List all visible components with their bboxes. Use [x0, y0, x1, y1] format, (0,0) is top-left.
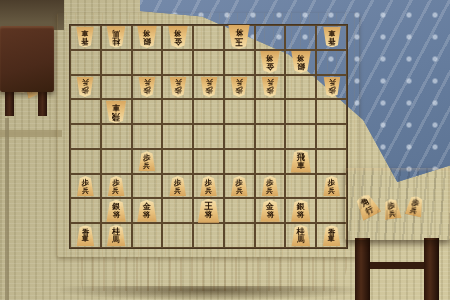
piece-kanji: 兵 — [328, 79, 335, 86]
board-cell[interactable] — [193, 25, 224, 50]
board-cell[interactable] — [285, 124, 316, 149]
board-cell[interactable] — [255, 25, 286, 50]
piece-kanji: 将 — [297, 211, 304, 218]
board-cell[interactable] — [162, 124, 193, 149]
board-cell[interactable] — [255, 149, 286, 174]
piece-kanji: 歩 — [205, 86, 213, 94]
board-cell[interactable] — [70, 50, 101, 75]
board-cell[interactable] — [224, 198, 255, 223]
board-cell[interactable] — [224, 50, 255, 75]
board-cell[interactable] — [193, 50, 224, 75]
piece-kanji: 車 — [112, 104, 120, 112]
piece-kanji: 香 — [82, 37, 90, 45]
board-cell[interactable] — [193, 124, 224, 149]
board-cell[interactable] — [132, 174, 163, 199]
piece-kanji: 歩 — [143, 86, 151, 94]
piece-kanji: 兵 — [143, 162, 150, 169]
board-cell[interactable] — [132, 223, 163, 248]
piece-kanji: 歩 — [266, 86, 274, 94]
komadai-leg — [424, 238, 439, 300]
board-grid: 香車桂馬銀将金将玉将香車金将銀将歩兵歩兵歩兵歩兵歩兵歩兵歩兵飛車歩兵飛車歩兵歩兵… — [69, 24, 348, 249]
piece-kanji: 兵 — [174, 79, 181, 86]
komadai-leg — [38, 90, 47, 116]
board-cell[interactable] — [162, 198, 193, 223]
board-cell[interactable] — [70, 124, 101, 149]
gote-komadai — [0, 26, 54, 92]
board-cell[interactable] — [285, 99, 316, 124]
board-cell[interactable] — [224, 149, 255, 174]
piece-kanji: 兵 — [205, 187, 212, 194]
board-cell[interactable] — [193, 223, 224, 248]
board-cell[interactable] — [132, 124, 163, 149]
board-cell[interactable] — [255, 99, 286, 124]
board-cell[interactable] — [224, 124, 255, 149]
piece-kanji: 車 — [82, 30, 89, 37]
piece-kanji: 兵 — [113, 187, 120, 194]
piece-kanji: 車 — [297, 162, 305, 170]
piece-kanji: 歩 — [328, 86, 336, 94]
piece-kanji: 兵 — [143, 79, 150, 86]
board-cell[interactable] — [316, 124, 347, 149]
piece-kanji: 飛 — [112, 112, 121, 121]
piece-kanji: 兵 — [328, 187, 335, 194]
tatami-edge-vertical — [5, 118, 9, 300]
board-cell[interactable] — [316, 198, 347, 223]
piece-kanji: 車 — [328, 236, 335, 243]
board-cell[interactable] — [316, 149, 347, 174]
board-cell[interactable] — [193, 99, 224, 124]
piece-kanji: 玉 — [235, 38, 244, 47]
board-cell[interactable] — [132, 99, 163, 124]
piece-kanji: 歩 — [174, 86, 182, 94]
piece-kanji: 将 — [266, 211, 273, 218]
board-cell[interactable] — [285, 25, 316, 50]
piece-kanji: 兵 — [82, 79, 89, 86]
piece-kanji: 将 — [235, 30, 243, 38]
piece-kanji: 将 — [266, 54, 273, 61]
board-cell[interactable] — [101, 124, 132, 149]
piece-kanji: 車 — [328, 30, 335, 37]
komadai-leg — [5, 90, 14, 116]
piece-kanji: 金 — [174, 37, 182, 45]
board-cell[interactable] — [255, 124, 286, 149]
piece-kanji: 将 — [297, 54, 304, 61]
piece-kanji: 兵 — [236, 79, 243, 86]
board-side-face — [70, 257, 354, 291]
piece-kanji: 銀 — [297, 62, 305, 70]
board-cell[interactable] — [101, 149, 132, 174]
board-cell[interactable] — [224, 223, 255, 248]
shogi-scene: 角行歩兵 香車桂馬銀将金将玉将香車金将銀将歩兵歩兵歩兵歩兵歩兵歩兵歩兵飛車歩兵飛… — [0, 0, 450, 300]
board-cell[interactable] — [70, 99, 101, 124]
board-cell[interactable] — [162, 99, 193, 124]
board-cell[interactable] — [101, 75, 132, 100]
komadai-leg — [355, 238, 370, 300]
piece-kanji: 兵 — [205, 79, 212, 86]
piece-kanji: 兵 — [267, 187, 274, 194]
piece-kanji: 将 — [174, 30, 181, 37]
board-cell[interactable] — [316, 99, 347, 124]
board-cell[interactable] — [162, 50, 193, 75]
piece-kanji: 兵 — [267, 79, 274, 86]
piece-kanji: 兵 — [174, 187, 181, 194]
board-cell[interactable] — [285, 174, 316, 199]
piece-kanji: 将 — [112, 211, 119, 218]
piece-kanji: 兵 — [236, 187, 243, 194]
board-cell[interactable] — [132, 50, 163, 75]
piece-kanji: 歩 — [82, 86, 90, 94]
board-cell[interactable] — [70, 198, 101, 223]
board-cell[interactable] — [285, 75, 316, 100]
piece-kanji: 馬 — [112, 29, 119, 36]
piece-kanji: 歩 — [236, 86, 244, 94]
piece-kanji: 将 — [143, 30, 150, 37]
board-cell[interactable] — [316, 50, 347, 75]
piece-kanji: 馬 — [112, 236, 119, 243]
tatami-edge-horizontal — [0, 130, 62, 137]
shogi-board: 香車桂馬銀将金将玉将香車金将銀将歩兵歩兵歩兵歩兵歩兵歩兵歩兵飛車歩兵飛車歩兵歩兵… — [57, 13, 359, 257]
piece-kanji: 馬 — [297, 236, 304, 243]
piece-kanji: 桂 — [112, 37, 120, 45]
piece-kanji: 香 — [328, 37, 336, 45]
board-cell[interactable] — [255, 223, 286, 248]
sente-komadai — [345, 168, 450, 240]
board-cell[interactable] — [224, 99, 255, 124]
board-cell[interactable] — [101, 50, 132, 75]
board-cell[interactable] — [162, 223, 193, 248]
board-cell[interactable] — [193, 149, 224, 174]
board-cell[interactable] — [70, 149, 101, 174]
piece-kanji: 将 — [205, 211, 213, 219]
piece-kanji: 車 — [82, 236, 89, 243]
piece-kanji: 銀 — [143, 37, 151, 45]
board-cell[interactable] — [162, 149, 193, 174]
piece-kanji: 兵 — [82, 187, 89, 194]
piece-kanji: 金 — [266, 62, 274, 70]
piece-kanji: 将 — [143, 211, 150, 218]
